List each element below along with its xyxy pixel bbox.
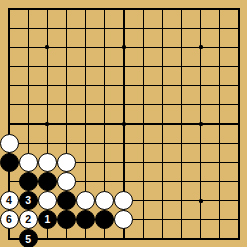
intersection[interactable] xyxy=(172,210,191,229)
intersection[interactable] xyxy=(114,172,133,191)
white-stone: 4 xyxy=(0,191,19,210)
intersection[interactable] xyxy=(114,0,133,19)
move-number: 4 xyxy=(6,195,12,206)
intersection[interactable] xyxy=(172,0,191,19)
intersection[interactable] xyxy=(57,95,76,114)
intersection[interactable] xyxy=(38,19,57,38)
intersection[interactable] xyxy=(229,76,247,95)
intersection[interactable] xyxy=(114,114,133,133)
intersection[interactable] xyxy=(229,210,247,229)
intersection[interactable] xyxy=(210,0,229,19)
intersection[interactable] xyxy=(210,95,229,114)
white-stone xyxy=(114,191,133,210)
intersection[interactable] xyxy=(172,134,191,153)
intersection[interactable] xyxy=(114,153,133,172)
intersection[interactable] xyxy=(172,38,191,57)
intersection[interactable] xyxy=(153,57,172,76)
white-stone xyxy=(38,153,57,172)
intersection[interactable] xyxy=(153,95,172,114)
intersection[interactable]: 2 xyxy=(19,210,38,229)
intersection[interactable] xyxy=(38,229,57,247)
intersection[interactable] xyxy=(210,19,229,38)
intersection[interactable] xyxy=(57,229,76,247)
intersection[interactable] xyxy=(76,38,95,57)
intersection[interactable] xyxy=(57,153,76,172)
intersection[interactable] xyxy=(191,229,210,247)
intersection[interactable] xyxy=(57,114,76,133)
move-number: 6 xyxy=(6,214,12,225)
intersection[interactable] xyxy=(76,172,95,191)
intersection[interactable] xyxy=(95,38,114,57)
intersection[interactable]: 6 xyxy=(0,210,19,229)
intersection[interactable] xyxy=(210,76,229,95)
intersection[interactable] xyxy=(191,153,210,172)
go-diagram: 436215 xyxy=(0,0,247,247)
intersection[interactable] xyxy=(38,172,57,191)
black-stone xyxy=(57,210,76,229)
black-stone xyxy=(0,153,19,172)
intersection[interactable] xyxy=(95,153,114,172)
intersection[interactable] xyxy=(229,172,247,191)
intersection[interactable] xyxy=(210,229,229,247)
intersection[interactable] xyxy=(210,57,229,76)
black-stone xyxy=(57,191,76,210)
intersection[interactable] xyxy=(95,76,114,95)
intersection[interactable] xyxy=(57,57,76,76)
intersection[interactable] xyxy=(76,57,95,76)
white-stone: 6 xyxy=(0,210,19,229)
intersection[interactable] xyxy=(191,191,210,210)
intersection[interactable] xyxy=(172,95,191,114)
intersection[interactable] xyxy=(76,95,95,114)
intersection[interactable] xyxy=(95,95,114,114)
intersection[interactable] xyxy=(191,38,210,57)
intersection[interactable] xyxy=(229,191,247,210)
intersection[interactable] xyxy=(153,134,172,153)
intersection[interactable] xyxy=(0,0,19,19)
white-stone xyxy=(19,153,38,172)
intersection[interactable] xyxy=(172,19,191,38)
intersection[interactable] xyxy=(229,153,247,172)
intersection[interactable] xyxy=(19,0,38,19)
intersection[interactable] xyxy=(153,0,172,19)
intersection[interactable] xyxy=(114,57,133,76)
white-stone xyxy=(57,172,76,191)
stones-layer: 436215 xyxy=(0,0,247,247)
white-stone: 2 xyxy=(19,210,38,229)
intersection[interactable] xyxy=(134,0,153,19)
intersection[interactable]: 1 xyxy=(38,210,57,229)
intersection[interactable] xyxy=(95,134,114,153)
intersection[interactable] xyxy=(57,172,76,191)
intersection[interactable] xyxy=(38,0,57,19)
black-stone xyxy=(19,172,38,191)
intersection[interactable] xyxy=(229,0,247,19)
intersection[interactable] xyxy=(38,38,57,57)
go-board: 436215 xyxy=(0,0,247,247)
intersection[interactable] xyxy=(114,134,133,153)
black-stone: 1 xyxy=(38,210,57,229)
intersection[interactable] xyxy=(191,0,210,19)
intersection[interactable] xyxy=(191,134,210,153)
black-stone xyxy=(76,210,95,229)
intersection[interactable] xyxy=(57,191,76,210)
intersection[interactable] xyxy=(114,95,133,114)
intersection[interactable] xyxy=(134,172,153,191)
intersection[interactable] xyxy=(0,76,19,95)
intersection[interactable] xyxy=(76,210,95,229)
intersection[interactable] xyxy=(19,38,38,57)
intersection[interactable] xyxy=(57,0,76,19)
intersection[interactable] xyxy=(0,57,19,76)
intersection[interactable] xyxy=(57,210,76,229)
intersection[interactable] xyxy=(95,57,114,76)
black-stone: 3 xyxy=(19,191,38,210)
intersection[interactable] xyxy=(95,0,114,19)
intersection[interactable] xyxy=(57,76,76,95)
intersection[interactable] xyxy=(134,134,153,153)
intersection[interactable] xyxy=(134,19,153,38)
intersection[interactable] xyxy=(172,153,191,172)
intersection[interactable] xyxy=(153,114,172,133)
intersection[interactable] xyxy=(134,210,153,229)
intersection[interactable] xyxy=(134,229,153,247)
intersection[interactable] xyxy=(38,191,57,210)
intersection[interactable] xyxy=(76,19,95,38)
intersection[interactable] xyxy=(19,95,38,114)
intersection[interactable] xyxy=(38,153,57,172)
intersection[interactable] xyxy=(0,172,19,191)
intersection[interactable] xyxy=(0,153,19,172)
intersection[interactable]: 3 xyxy=(19,191,38,210)
intersection[interactable] xyxy=(0,95,19,114)
intersection[interactable] xyxy=(153,191,172,210)
white-stone xyxy=(0,134,19,153)
intersection[interactable] xyxy=(229,114,247,133)
intersection[interactable] xyxy=(191,210,210,229)
intersection[interactable] xyxy=(134,57,153,76)
intersection[interactable] xyxy=(153,210,172,229)
intersection[interactable] xyxy=(172,57,191,76)
intersection[interactable] xyxy=(0,229,19,247)
intersection[interactable] xyxy=(191,95,210,114)
intersection[interactable] xyxy=(134,95,153,114)
intersection[interactable] xyxy=(19,172,38,191)
intersection[interactable] xyxy=(229,134,247,153)
intersection[interactable] xyxy=(229,19,247,38)
intersection[interactable] xyxy=(19,76,38,95)
intersection[interactable] xyxy=(0,38,19,57)
black-stone: 5 xyxy=(19,229,38,247)
intersection[interactable] xyxy=(57,38,76,57)
intersection[interactable] xyxy=(153,38,172,57)
white-stone xyxy=(57,153,76,172)
intersection[interactable] xyxy=(210,134,229,153)
intersection[interactable] xyxy=(114,76,133,95)
intersection[interactable] xyxy=(114,191,133,210)
white-stone xyxy=(114,210,133,229)
intersection[interactable] xyxy=(114,210,133,229)
intersection[interactable]: 5 xyxy=(19,229,38,247)
intersection[interactable] xyxy=(95,19,114,38)
intersection[interactable]: 4 xyxy=(0,191,19,210)
intersection[interactable] xyxy=(172,114,191,133)
intersection[interactable] xyxy=(191,114,210,133)
intersection[interactable] xyxy=(0,19,19,38)
intersection[interactable] xyxy=(57,19,76,38)
intersection[interactable] xyxy=(95,210,114,229)
intersection[interactable] xyxy=(76,0,95,19)
intersection[interactable] xyxy=(76,191,95,210)
intersection[interactable] xyxy=(134,38,153,57)
intersection[interactable] xyxy=(95,229,114,247)
intersection[interactable] xyxy=(76,229,95,247)
intersection[interactable] xyxy=(191,172,210,191)
intersection[interactable] xyxy=(76,153,95,172)
intersection[interactable] xyxy=(229,38,247,57)
intersection[interactable] xyxy=(114,38,133,57)
intersection[interactable] xyxy=(153,76,172,95)
white-stone xyxy=(38,191,57,210)
intersection[interactable] xyxy=(19,134,38,153)
intersection[interactable] xyxy=(172,229,191,247)
intersection[interactable] xyxy=(114,19,133,38)
white-stone xyxy=(95,191,114,210)
intersection[interactable] xyxy=(210,210,229,229)
intersection[interactable] xyxy=(229,229,247,247)
intersection[interactable] xyxy=(38,134,57,153)
intersection[interactable] xyxy=(57,134,76,153)
intersection[interactable] xyxy=(76,114,95,133)
intersection[interactable] xyxy=(134,76,153,95)
intersection[interactable] xyxy=(153,153,172,172)
intersection[interactable] xyxy=(19,19,38,38)
intersection[interactable] xyxy=(19,114,38,133)
intersection[interactable] xyxy=(153,19,172,38)
intersection[interactable] xyxy=(210,153,229,172)
intersection[interactable] xyxy=(76,76,95,95)
intersection[interactable] xyxy=(95,114,114,133)
intersection[interactable] xyxy=(229,57,247,76)
intersection[interactable] xyxy=(172,191,191,210)
intersection[interactable] xyxy=(38,76,57,95)
intersection[interactable] xyxy=(19,57,38,76)
intersection[interactable] xyxy=(229,95,247,114)
move-number: 5 xyxy=(25,234,31,245)
intersection[interactable] xyxy=(38,95,57,114)
intersection[interactable] xyxy=(172,76,191,95)
white-stone xyxy=(76,191,95,210)
intersection[interactable] xyxy=(76,134,95,153)
intersection[interactable] xyxy=(134,153,153,172)
black-stone xyxy=(38,172,57,191)
intersection[interactable] xyxy=(38,114,57,133)
intersection[interactable] xyxy=(191,19,210,38)
intersection[interactable] xyxy=(38,57,57,76)
intersection[interactable] xyxy=(0,114,19,133)
intersection[interactable] xyxy=(191,76,210,95)
move-number: 3 xyxy=(25,195,31,206)
intersection[interactable] xyxy=(210,38,229,57)
move-number: 1 xyxy=(44,214,50,225)
intersection[interactable] xyxy=(134,114,153,133)
intersection[interactable] xyxy=(153,172,172,191)
intersection[interactable] xyxy=(172,172,191,191)
intersection[interactable] xyxy=(134,191,153,210)
intersection[interactable] xyxy=(95,191,114,210)
intersection[interactable] xyxy=(114,229,133,247)
intersection[interactable] xyxy=(210,172,229,191)
black-stone xyxy=(95,210,114,229)
intersection[interactable] xyxy=(210,191,229,210)
intersection[interactable] xyxy=(0,134,19,153)
intersection[interactable] xyxy=(95,172,114,191)
intersection[interactable] xyxy=(191,57,210,76)
move-number: 2 xyxy=(25,214,31,225)
intersection[interactable] xyxy=(153,229,172,247)
intersection[interactable] xyxy=(210,114,229,133)
intersection[interactable] xyxy=(19,153,38,172)
